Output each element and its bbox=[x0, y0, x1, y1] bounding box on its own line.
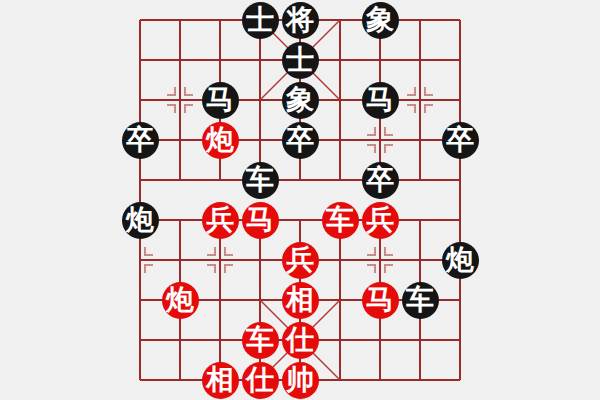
xiangqi-board: 士将象士马象马卒炮卒卒车卒炮兵马车兵兵炮炮相马车车仕相仕帅 bbox=[0, 0, 600, 400]
piece-red-horse[interactable]: 马 bbox=[362, 282, 399, 319]
piece-black-soldier[interactable]: 卒 bbox=[362, 162, 399, 199]
piece-black-chariot[interactable]: 车 bbox=[402, 282, 439, 319]
piece-red-horse[interactable]: 马 bbox=[242, 202, 279, 239]
piece-black-soldier[interactable]: 卒 bbox=[282, 122, 319, 159]
piece-red-soldier[interactable]: 兵 bbox=[282, 242, 319, 279]
piece-red-elephant[interactable]: 相 bbox=[282, 282, 319, 319]
piece-black-elephant[interactable]: 象 bbox=[362, 2, 399, 39]
piece-black-general[interactable]: 将 bbox=[282, 2, 319, 39]
piece-red-chariot[interactable]: 车 bbox=[242, 322, 279, 359]
piece-black-horse[interactable]: 马 bbox=[362, 82, 399, 119]
piece-black-horse[interactable]: 马 bbox=[202, 82, 239, 119]
piece-red-general[interactable]: 帅 bbox=[282, 362, 319, 399]
piece-black-cannon[interactable]: 炮 bbox=[122, 202, 159, 239]
piece-black-chariot[interactable]: 车 bbox=[242, 162, 279, 199]
piece-red-soldier[interactable]: 兵 bbox=[202, 202, 239, 239]
piece-red-advisor[interactable]: 仕 bbox=[282, 322, 319, 359]
piece-red-cannon[interactable]: 炮 bbox=[202, 122, 239, 159]
piece-black-advisor[interactable]: 士 bbox=[242, 2, 279, 39]
piece-red-chariot[interactable]: 车 bbox=[322, 202, 359, 239]
piece-black-cannon[interactable]: 炮 bbox=[442, 242, 479, 279]
piece-red-cannon[interactable]: 炮 bbox=[162, 282, 199, 319]
piece-red-advisor[interactable]: 仕 bbox=[242, 362, 279, 399]
piece-red-elephant[interactable]: 相 bbox=[202, 362, 239, 399]
piece-black-soldier[interactable]: 卒 bbox=[442, 122, 479, 159]
piece-black-advisor[interactable]: 士 bbox=[282, 42, 319, 79]
piece-black-elephant[interactable]: 象 bbox=[282, 82, 319, 119]
pieces-layer: 士将象士马象马卒炮卒卒车卒炮兵马车兵兵炮炮相马车车仕相仕帅 bbox=[0, 0, 600, 400]
piece-black-soldier[interactable]: 卒 bbox=[122, 122, 159, 159]
piece-red-soldier[interactable]: 兵 bbox=[362, 202, 399, 239]
